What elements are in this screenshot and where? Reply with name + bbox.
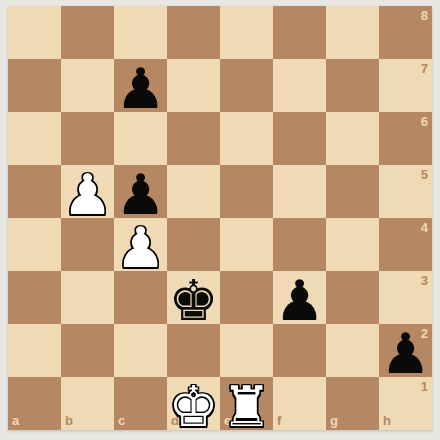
black-pawn-piece[interactable]: ♟ — [114, 168, 167, 221]
white-king-piece[interactable]: ♚ — [167, 380, 220, 433]
square-f4[interactable] — [273, 218, 326, 271]
square-b7[interactable] — [61, 59, 114, 112]
square-a4[interactable] — [8, 218, 61, 271]
square-b6[interactable] — [61, 112, 114, 165]
rank-label-1: 1 — [421, 380, 428, 393]
square-d1[interactable]: d♚ — [167, 377, 220, 430]
square-h2[interactable]: 2♟ — [379, 324, 432, 377]
square-c1[interactable]: c — [114, 377, 167, 430]
square-a1[interactable]: a — [8, 377, 61, 430]
square-h1[interactable]: h1 — [379, 377, 432, 430]
square-a7[interactable] — [8, 59, 61, 112]
rank-label-3: 3 — [421, 274, 428, 287]
square-h5[interactable]: 5 — [379, 165, 432, 218]
rank-label-6: 6 — [421, 115, 428, 128]
square-d2[interactable] — [167, 324, 220, 377]
square-g5[interactable] — [326, 165, 379, 218]
white-pawn-piece[interactable]: ♟ — [61, 168, 114, 221]
black-pawn-piece[interactable]: ♟ — [273, 274, 326, 327]
file-label-g: g — [330, 414, 338, 427]
square-e6[interactable] — [220, 112, 273, 165]
square-g1[interactable]: g — [326, 377, 379, 430]
square-b1[interactable]: b — [61, 377, 114, 430]
file-label-b: b — [65, 414, 73, 427]
square-f6[interactable] — [273, 112, 326, 165]
square-h4[interactable]: 4 — [379, 218, 432, 271]
square-f3[interactable]: ♟ — [273, 271, 326, 324]
square-c7[interactable]: ♟ — [114, 59, 167, 112]
black-pawn-piece[interactable]: ♟ — [379, 327, 432, 380]
rank-label-7: 7 — [421, 62, 428, 75]
square-h6[interactable]: 6 — [379, 112, 432, 165]
square-g8[interactable] — [326, 6, 379, 59]
black-pawn-piece[interactable]: ♟ — [114, 62, 167, 115]
white-rook-piece[interactable]: ♜ — [220, 380, 273, 433]
square-e4[interactable] — [220, 218, 273, 271]
square-a2[interactable] — [8, 324, 61, 377]
square-e8[interactable] — [220, 6, 273, 59]
square-h3[interactable]: 3 — [379, 271, 432, 324]
square-g6[interactable] — [326, 112, 379, 165]
file-label-c: c — [118, 414, 125, 427]
white-pawn-piece[interactable]: ♟ — [114, 221, 167, 274]
square-c4[interactable]: ♟ — [114, 218, 167, 271]
square-b8[interactable] — [61, 6, 114, 59]
square-f8[interactable] — [273, 6, 326, 59]
rank-label-8: 8 — [421, 9, 428, 22]
square-c6[interactable] — [114, 112, 167, 165]
square-b2[interactable] — [61, 324, 114, 377]
square-h7[interactable]: 7 — [379, 59, 432, 112]
square-b5[interactable]: ♟ — [61, 165, 114, 218]
file-label-f: f — [277, 414, 281, 427]
square-g7[interactable] — [326, 59, 379, 112]
square-a8[interactable] — [8, 6, 61, 59]
square-e1[interactable]: e♜ — [220, 377, 273, 430]
square-e2[interactable] — [220, 324, 273, 377]
rank-label-4: 4 — [421, 221, 428, 234]
rank-label-5: 5 — [421, 168, 428, 181]
square-g2[interactable] — [326, 324, 379, 377]
square-d8[interactable] — [167, 6, 220, 59]
file-label-a: a — [12, 414, 19, 427]
square-b3[interactable] — [61, 271, 114, 324]
chess-board: 8♟76♟♟5♟4♚♟32♟abcd♚e♜fgh1 — [8, 6, 432, 430]
square-g4[interactable] — [326, 218, 379, 271]
square-h8[interactable]: 8 — [379, 6, 432, 59]
square-f1[interactable]: f — [273, 377, 326, 430]
file-label-h: h — [383, 414, 391, 427]
page-background: { "game": "chess", "position": { "fen": … — [0, 0, 440, 440]
square-e5[interactable] — [220, 165, 273, 218]
square-d3[interactable]: ♚ — [167, 271, 220, 324]
square-d4[interactable] — [167, 218, 220, 271]
square-d7[interactable] — [167, 59, 220, 112]
square-b4[interactable] — [61, 218, 114, 271]
square-a3[interactable] — [8, 271, 61, 324]
square-g3[interactable] — [326, 271, 379, 324]
square-c2[interactable] — [114, 324, 167, 377]
square-c5[interactable]: ♟ — [114, 165, 167, 218]
square-d5[interactable] — [167, 165, 220, 218]
square-e3[interactable] — [220, 271, 273, 324]
square-a6[interactable] — [8, 112, 61, 165]
black-king-piece[interactable]: ♚ — [167, 274, 220, 327]
square-d6[interactable] — [167, 112, 220, 165]
square-f5[interactable] — [273, 165, 326, 218]
square-a5[interactable] — [8, 165, 61, 218]
square-c8[interactable] — [114, 6, 167, 59]
square-f7[interactable] — [273, 59, 326, 112]
square-f2[interactable] — [273, 324, 326, 377]
square-e7[interactable] — [220, 59, 273, 112]
square-c3[interactable] — [114, 271, 167, 324]
